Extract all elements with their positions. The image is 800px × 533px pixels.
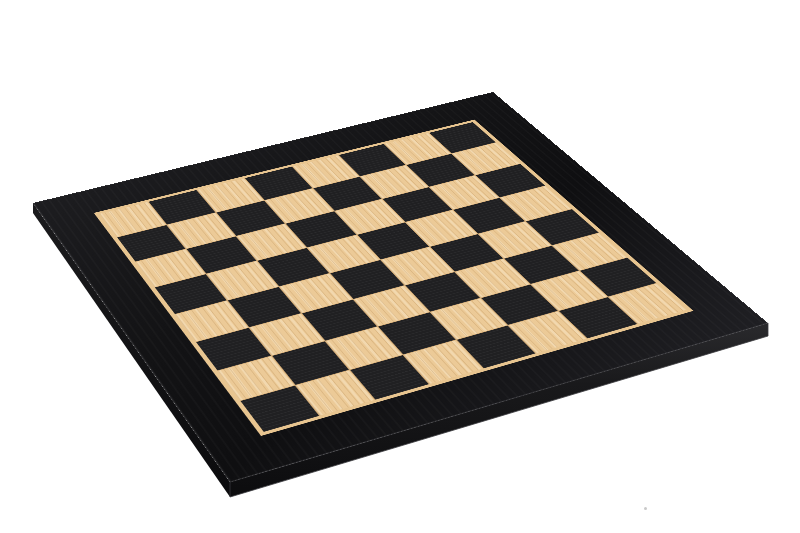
product-photo-scene (0, 0, 800, 533)
dust-speck (644, 507, 647, 510)
